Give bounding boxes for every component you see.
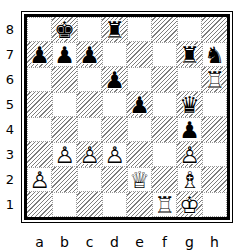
square-c1[interactable] bbox=[77, 192, 102, 217]
piece-black-queen[interactable]: ♛ bbox=[177, 92, 202, 117]
piece-outline: ♔ bbox=[177, 192, 202, 217]
piece-outline: ♙ bbox=[52, 142, 77, 167]
piece-outline: ♙ bbox=[27, 167, 52, 192]
square-g4[interactable]: ♟ bbox=[177, 117, 202, 142]
piece-white-pawn[interactable]: ♟♙ bbox=[77, 142, 102, 167]
piece-outline: ♖ bbox=[152, 192, 177, 217]
piece-white-pawn[interactable]: ♟♙ bbox=[27, 167, 52, 192]
square-h1[interactable] bbox=[202, 192, 227, 217]
piece-white-queen[interactable]: ♛♕ bbox=[127, 167, 152, 192]
square-f1[interactable]: ♜♖ bbox=[152, 192, 177, 217]
piece-glyph: ♟ bbox=[177, 117, 202, 142]
square-a8[interactable] bbox=[27, 17, 52, 42]
piece-outline: ♕ bbox=[127, 167, 152, 192]
file-label-g: g bbox=[177, 235, 202, 250]
chess-board: ♚♜♟♟♟♜♞♟♜♖♟♛♟♟♙♟♙♟♙♟♙♟♙♛♕♝♗♜♖♚♔ bbox=[27, 17, 227, 217]
square-a4[interactable] bbox=[27, 117, 52, 142]
square-g8[interactable] bbox=[177, 17, 202, 42]
square-g5[interactable]: ♛ bbox=[177, 92, 202, 117]
square-c2[interactable] bbox=[77, 167, 102, 192]
piece-outline: ♙ bbox=[102, 142, 127, 167]
square-f6[interactable] bbox=[152, 67, 177, 92]
square-c4[interactable] bbox=[77, 117, 102, 142]
square-e7[interactable] bbox=[127, 42, 152, 67]
piece-black-knight[interactable]: ♞ bbox=[202, 42, 227, 67]
file-label-f: f bbox=[152, 235, 177, 250]
piece-black-king[interactable]: ♚ bbox=[52, 17, 77, 42]
square-a6[interactable] bbox=[27, 67, 52, 92]
rank-label-1: 1 bbox=[2, 192, 18, 217]
piece-black-rook[interactable]: ♜ bbox=[177, 42, 202, 67]
piece-white-pawn[interactable]: ♟♙ bbox=[52, 142, 77, 167]
piece-glyph: ♟ bbox=[102, 67, 127, 92]
square-a2[interactable]: ♟♙ bbox=[27, 167, 52, 192]
square-e1[interactable] bbox=[127, 192, 152, 217]
square-f7[interactable] bbox=[152, 42, 177, 67]
piece-outline: ♖ bbox=[202, 67, 227, 92]
square-d3[interactable]: ♟♙ bbox=[102, 142, 127, 167]
square-f5[interactable] bbox=[152, 92, 177, 117]
square-d5[interactable] bbox=[102, 92, 127, 117]
piece-black-pawn[interactable]: ♟ bbox=[102, 67, 127, 92]
square-c3[interactable]: ♟♙ bbox=[77, 142, 102, 167]
piece-outline: ♙ bbox=[177, 142, 202, 167]
square-h6[interactable]: ♜♖ bbox=[202, 67, 227, 92]
square-h5[interactable] bbox=[202, 92, 227, 117]
piece-glyph: ♟ bbox=[127, 92, 152, 117]
square-h7[interactable]: ♞ bbox=[202, 42, 227, 67]
square-e8[interactable] bbox=[127, 17, 152, 42]
square-e4[interactable] bbox=[127, 117, 152, 142]
square-c5[interactable] bbox=[77, 92, 102, 117]
square-b6[interactable] bbox=[52, 67, 77, 92]
piece-outline: ♙ bbox=[77, 142, 102, 167]
rank-label-8: 8 bbox=[2, 17, 18, 42]
square-f8[interactable] bbox=[152, 17, 177, 42]
square-h8[interactable] bbox=[202, 17, 227, 42]
file-label-c: c bbox=[77, 235, 102, 250]
square-b1[interactable] bbox=[52, 192, 77, 217]
square-d2[interactable] bbox=[102, 167, 127, 192]
square-g2[interactable]: ♝♗ bbox=[177, 167, 202, 192]
piece-glyph: ♟ bbox=[27, 42, 52, 67]
rank-label-6: 6 bbox=[2, 67, 18, 92]
board-frame: ♚♜♟♟♟♜♞♟♜♖♟♛♟♟♙♟♙♟♙♟♙♟♙♛♕♝♗♜♖♚♔ bbox=[21, 11, 233, 223]
square-d6[interactable]: ♟ bbox=[102, 67, 127, 92]
piece-glyph: ♟ bbox=[77, 42, 102, 67]
piece-black-pawn[interactable]: ♟ bbox=[27, 42, 52, 67]
piece-black-rook[interactable]: ♜ bbox=[102, 17, 127, 42]
square-a5[interactable] bbox=[27, 92, 52, 117]
square-f3[interactable] bbox=[152, 142, 177, 167]
square-a1[interactable] bbox=[27, 192, 52, 217]
piece-black-pawn[interactable]: ♟ bbox=[77, 42, 102, 67]
piece-white-pawn[interactable]: ♟♙ bbox=[102, 142, 127, 167]
piece-black-pawn[interactable]: ♟ bbox=[177, 117, 202, 142]
square-c8[interactable] bbox=[77, 17, 102, 42]
square-d7[interactable] bbox=[102, 42, 127, 67]
square-e5[interactable]: ♟ bbox=[127, 92, 152, 117]
board-inner-border: ♚♜♟♟♟♜♞♟♜♖♟♛♟♟♙♟♙♟♙♟♙♟♙♛♕♝♗♜♖♚♔ bbox=[24, 14, 230, 220]
square-f4[interactable] bbox=[152, 117, 177, 142]
piece-black-pawn[interactable]: ♟ bbox=[127, 92, 152, 117]
file-label-a: a bbox=[27, 235, 52, 250]
rank-label-2: 2 bbox=[2, 167, 18, 192]
piece-white-rook[interactable]: ♜♖ bbox=[202, 67, 227, 92]
piece-white-pawn[interactable]: ♟♙ bbox=[177, 142, 202, 167]
square-b8[interactable]: ♚ bbox=[52, 17, 77, 42]
square-h2[interactable] bbox=[202, 167, 227, 192]
square-c7[interactable]: ♟ bbox=[77, 42, 102, 67]
square-d1[interactable] bbox=[102, 192, 127, 217]
square-b2[interactable] bbox=[52, 167, 77, 192]
square-g3[interactable]: ♟♙ bbox=[177, 142, 202, 167]
piece-glyph: ♞ bbox=[202, 42, 227, 67]
rank-label-5: 5 bbox=[2, 92, 18, 117]
square-h4[interactable] bbox=[202, 117, 227, 142]
square-b3[interactable]: ♟♙ bbox=[52, 142, 77, 167]
square-e6[interactable] bbox=[127, 67, 152, 92]
square-g7[interactable]: ♜ bbox=[177, 42, 202, 67]
square-g1[interactable]: ♚♔ bbox=[177, 192, 202, 217]
file-label-h: h bbox=[202, 235, 227, 250]
piece-glyph: ♜ bbox=[177, 42, 202, 67]
piece-glyph: ♜ bbox=[102, 17, 127, 42]
file-label-b: b bbox=[52, 235, 77, 250]
square-e3[interactable] bbox=[127, 142, 152, 167]
piece-glyph: ♚ bbox=[52, 17, 77, 42]
square-a3[interactable] bbox=[27, 142, 52, 167]
piece-black-pawn[interactable]: ♟ bbox=[52, 42, 77, 67]
square-d4[interactable] bbox=[102, 117, 127, 142]
file-label-e: e bbox=[127, 235, 152, 250]
rank-label-4: 4 bbox=[2, 117, 18, 142]
square-b5[interactable] bbox=[52, 92, 77, 117]
square-b7[interactable]: ♟ bbox=[52, 42, 77, 67]
rank-label-7: 7 bbox=[2, 42, 18, 67]
square-a7[interactable]: ♟ bbox=[27, 42, 52, 67]
square-e2[interactable]: ♛♕ bbox=[127, 167, 152, 192]
square-f2[interactable] bbox=[152, 167, 177, 192]
file-label-d: d bbox=[102, 235, 127, 250]
rank-label-3: 3 bbox=[2, 142, 18, 167]
piece-glyph: ♛ bbox=[177, 92, 202, 117]
piece-white-rook[interactable]: ♜♖ bbox=[152, 192, 177, 217]
piece-white-king[interactable]: ♚♔ bbox=[177, 192, 202, 217]
square-d8[interactable]: ♜ bbox=[102, 17, 127, 42]
square-h3[interactable] bbox=[202, 142, 227, 167]
square-g6[interactable] bbox=[177, 67, 202, 92]
square-c6[interactable] bbox=[77, 67, 102, 92]
piece-white-bishop[interactable]: ♝♗ bbox=[177, 167, 202, 192]
piece-glyph: ♟ bbox=[52, 42, 77, 67]
chess-diagram: 87654321 ♚♜♟♟♟♜♞♟♜♖♟♛♟♟♙♟♙♟♙♟♙♟♙♛♕♝♗♜♖♚♔… bbox=[0, 0, 250, 250]
piece-outline: ♗ bbox=[177, 167, 202, 192]
square-b4[interactable] bbox=[52, 117, 77, 142]
